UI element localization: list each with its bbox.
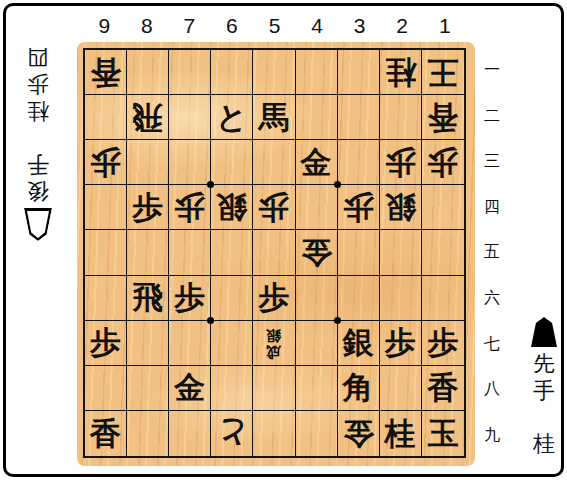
cell-6-3[interactable]	[211, 140, 253, 185]
sente-label-char: 先	[533, 350, 555, 377]
rank-label-2: 二	[479, 94, 505, 140]
piece-gote-飛[interactable]: 飛	[132, 102, 163, 133]
file-label-1: 1	[423, 14, 466, 38]
file-label-4: 4	[296, 14, 339, 38]
rank-label-9: 九	[479, 412, 505, 458]
cell-8-7[interactable]	[127, 321, 169, 366]
piece-sente-飛[interactable]: 飛	[132, 282, 163, 313]
gote-hand-count: 四	[27, 44, 49, 71]
cell-8-9[interactable]	[127, 411, 169, 456]
cell-5-8[interactable]	[253, 366, 295, 411]
cell-1-5[interactable]	[422, 230, 464, 275]
sente-hand-panel: 先 手 桂	[524, 314, 564, 457]
piece-gote-銀[interactable]: 銀	[216, 192, 247, 223]
piece-gote-歩[interactable]: 歩	[90, 147, 121, 178]
board-grid: 香桂王飛と馬香歩金歩歩歩歩銀歩歩銀金飛歩歩歩成銀銀歩歩金角香香と金桂玉	[83, 48, 466, 458]
cell-9-5[interactable]	[85, 230, 127, 275]
cell-6-6[interactable]	[211, 276, 253, 321]
piece-sente-香[interactable]: 香	[90, 418, 121, 449]
cell-2-2[interactable]	[380, 95, 422, 140]
piece-gote-香[interactable]: 香	[427, 102, 458, 133]
cell-8-3[interactable]	[127, 140, 169, 185]
cell-4-4[interactable]	[296, 185, 338, 230]
file-label-5: 5	[253, 14, 296, 38]
piece-gote-金[interactable]: 金	[343, 418, 374, 449]
cell-2-9[interactable]: 桂	[380, 411, 422, 456]
cell-6-8[interactable]	[211, 366, 253, 411]
cell-8-4[interactable]: 歩	[127, 185, 169, 230]
cell-4-6[interactable]	[296, 276, 338, 321]
piece-gote-歩[interactable]: 歩	[174, 192, 205, 223]
cell-4-2[interactable]	[296, 95, 338, 140]
rank-label-6: 六	[479, 276, 505, 322]
cell-9-8[interactable]	[85, 366, 127, 411]
cell-1-4[interactable]	[422, 185, 464, 230]
cell-2-6[interactable]	[380, 276, 422, 321]
piece-gote-王[interactable]: 王	[427, 57, 458, 88]
cell-8-8[interactable]	[127, 366, 169, 411]
cell-3-6[interactable]	[338, 276, 380, 321]
piece-gote-と[interactable]: と	[216, 418, 248, 449]
cell-7-4[interactable]: 歩	[169, 185, 211, 230]
rank-label-5: 五	[479, 230, 505, 276]
sente-label-char: 手	[533, 377, 555, 404]
piece-sente-桂[interactable]: 桂	[385, 418, 416, 449]
cell-8-6[interactable]: 飛	[127, 276, 169, 321]
cell-8-2[interactable]: 飛	[127, 95, 169, 140]
cell-3-7[interactable]: 銀	[338, 321, 380, 366]
cell-1-8[interactable]: 香	[422, 366, 464, 411]
cell-8-5[interactable]	[127, 230, 169, 275]
cell-3-4[interactable]: 歩	[338, 185, 380, 230]
cell-1-9[interactable]: 玉	[422, 411, 464, 456]
piece-sente-歩[interactable]: 歩	[427, 327, 458, 358]
file-label-8: 8	[126, 14, 169, 38]
cell-9-1[interactable]: 香	[85, 50, 127, 95]
cell-9-6[interactable]	[85, 276, 127, 321]
cell-7-8[interactable]: 金	[169, 366, 211, 411]
cell-9-9[interactable]: 香	[85, 411, 127, 456]
cell-7-5[interactable]	[169, 230, 211, 275]
cell-8-1[interactable]	[127, 50, 169, 95]
cell-5-4[interactable]: 歩	[253, 185, 295, 230]
cell-4-3[interactable]: 金	[296, 140, 338, 185]
piece-sente-歩[interactable]: 歩	[90, 327, 121, 358]
cell-4-9[interactable]	[296, 411, 338, 456]
hoshi-dot	[334, 181, 341, 188]
cell-5-7[interactable]: 成銀	[253, 321, 295, 366]
white-shogi-piece-icon	[24, 208, 52, 241]
piece-sente-と[interactable]: と	[216, 102, 248, 133]
hoshi-dot	[207, 317, 214, 324]
gote-hand-panel: 後 手 桂 歩 四	[16, 44, 60, 244]
cell-6-2[interactable]: と	[211, 95, 253, 140]
rank-labels: 一 二 三 四 五 六 七 八 九	[479, 48, 505, 458]
file-label-6: 6	[211, 14, 254, 38]
black-shogi-piece-icon	[531, 317, 557, 347]
rank-label-3: 三	[479, 139, 505, 185]
cell-6-5[interactable]	[211, 230, 253, 275]
cell-6-4[interactable]: 銀	[211, 185, 253, 230]
piece-sente-玉[interactable]: 玉	[427, 418, 458, 449]
piece-sente-香[interactable]: 香	[427, 372, 458, 403]
cell-3-8[interactable]: 角	[338, 366, 380, 411]
piece-gote-歩[interactable]: 歩	[427, 147, 458, 178]
cell-4-8[interactable]	[296, 366, 338, 411]
cell-6-1[interactable]	[211, 50, 253, 95]
cell-3-3[interactable]	[338, 140, 380, 185]
cell-9-3[interactable]: 歩	[85, 140, 127, 185]
file-label-3: 3	[338, 14, 381, 38]
cell-2-1[interactable]: 桂	[380, 50, 422, 95]
cell-7-6[interactable]: 歩	[169, 276, 211, 321]
cell-3-1[interactable]	[338, 50, 380, 95]
gote-label-char: 手	[27, 151, 49, 178]
piece-gote-成銀[interactable]: 成銀	[266, 327, 281, 359]
cell-9-7[interactable]: 歩	[85, 321, 127, 366]
piece-gote-金[interactable]: 金	[301, 237, 332, 268]
piece-gote-歩[interactable]: 歩	[385, 147, 416, 178]
cell-5-5[interactable]	[253, 230, 295, 275]
cell-2-3[interactable]: 歩	[380, 140, 422, 185]
gote-label-char: 後	[27, 178, 49, 205]
cell-4-7[interactable]	[296, 321, 338, 366]
cell-4-1[interactable]	[296, 50, 338, 95]
cell-1-3[interactable]: 歩	[422, 140, 464, 185]
piece-sente-金[interactable]: 金	[174, 372, 205, 403]
rank-label-7: 七	[479, 321, 505, 367]
cell-6-7[interactable]	[211, 321, 253, 366]
cell-3-5[interactable]	[338, 230, 380, 275]
file-labels: 9 8 7 6 5 4 3 2 1	[83, 14, 466, 38]
file-label-2: 2	[381, 14, 424, 38]
piece-sente-歩[interactable]: 歩	[132, 192, 163, 223]
sente-hand-piece: 桂	[533, 430, 555, 457]
rank-label-1: 一	[479, 48, 505, 94]
cell-2-7[interactable]: 歩	[380, 321, 422, 366]
cell-5-6[interactable]: 歩	[253, 276, 295, 321]
cell-2-5[interactable]	[380, 230, 422, 275]
piece-sente-歩[interactable]: 歩	[385, 327, 416, 358]
piece-gote-銀[interactable]: 銀	[385, 192, 416, 223]
gote-hand-piece: 桂	[27, 98, 49, 125]
cell-5-3[interactable]	[253, 140, 295, 185]
piece-gote-歩[interactable]: 歩	[343, 192, 374, 223]
piece-sente-金[interactable]: 金	[301, 147, 332, 178]
piece-sente-歩[interactable]: 歩	[258, 282, 289, 313]
cell-9-2[interactable]	[85, 95, 127, 140]
cell-7-3[interactable]	[169, 140, 211, 185]
file-label-7: 7	[168, 14, 211, 38]
cell-5-9[interactable]	[253, 411, 295, 456]
rank-label-8: 八	[479, 367, 505, 413]
cell-4-5[interactable]: 金	[296, 230, 338, 275]
piece-sente-銀[interactable]: 銀	[343, 327, 374, 358]
piece-gote-桂[interactable]: 桂	[385, 57, 416, 88]
cell-9-4[interactable]	[85, 185, 127, 230]
rank-label-4: 四	[479, 185, 505, 231]
cell-1-1[interactable]: 王	[422, 50, 464, 95]
cell-3-9[interactable]: 金	[338, 411, 380, 456]
cell-1-2[interactable]: 香	[422, 95, 464, 140]
hoshi-dot	[207, 181, 214, 188]
cell-6-9[interactable]: と	[211, 411, 253, 456]
hoshi-dot	[334, 317, 341, 324]
cell-2-8[interactable]	[380, 366, 422, 411]
piece-sente-馬[interactable]: 馬	[258, 102, 289, 133]
gote-hand-piece: 歩	[27, 71, 49, 98]
file-label-9: 9	[83, 14, 126, 38]
cell-7-9[interactable]	[169, 411, 211, 456]
cell-7-2[interactable]	[169, 95, 211, 140]
piece-sente-角[interactable]: 角	[343, 372, 374, 403]
cell-2-4[interactable]: 銀	[380, 185, 422, 230]
piece-gote-歩[interactable]: 歩	[258, 192, 289, 223]
piece-sente-歩[interactable]: 歩	[174, 282, 205, 313]
cell-5-2[interactable]: 馬	[253, 95, 295, 140]
cell-7-7[interactable]	[169, 321, 211, 366]
cell-7-1[interactable]	[169, 50, 211, 95]
cell-1-6[interactable]	[422, 276, 464, 321]
piece-gote-香[interactable]: 香	[90, 57, 121, 88]
cell-5-1[interactable]	[253, 50, 295, 95]
cell-1-7[interactable]: 歩	[422, 321, 464, 366]
cell-3-2[interactable]	[338, 95, 380, 140]
